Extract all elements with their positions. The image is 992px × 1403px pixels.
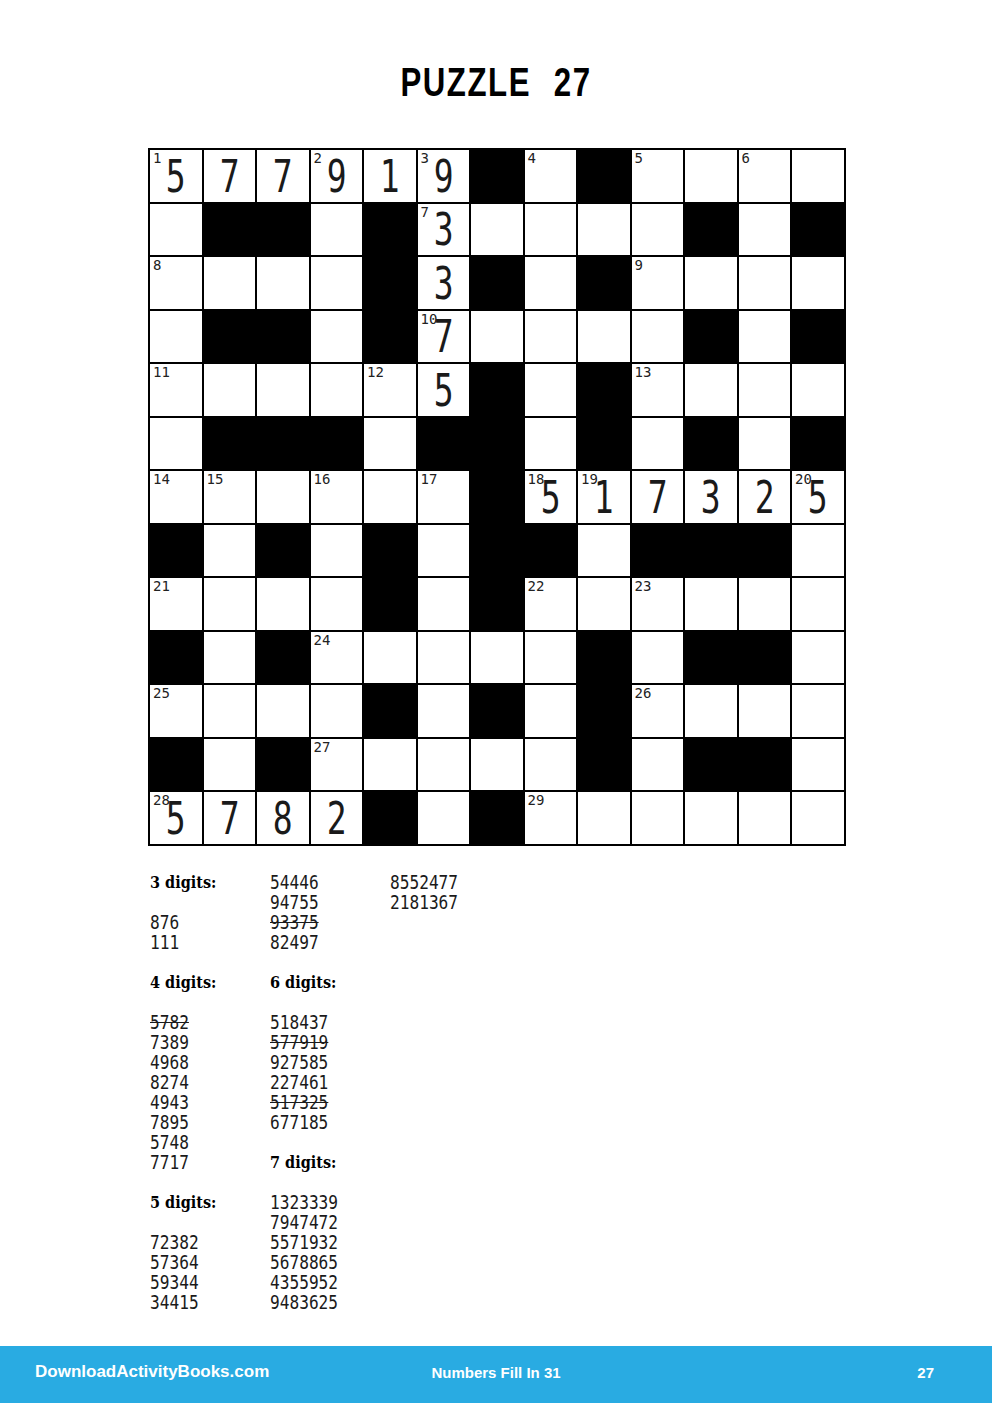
cell-r1c3[interactable]: 7: [257, 150, 309, 202]
clue-number: 15: [207, 471, 224, 487]
cell-r10c8[interactable]: [525, 632, 577, 684]
cell-r8c4[interactable]: [311, 525, 363, 577]
cell-r11c7-black: [471, 685, 523, 737]
cell-digit: 5: [798, 476, 837, 520]
clue-number: 22: [528, 578, 545, 594]
cell-r10c3-black: [257, 632, 309, 684]
word-item: 5782: [150, 1012, 278, 1032]
cell-r10c9-black: [578, 632, 630, 684]
cell-r12c2[interactable]: [204, 739, 256, 791]
cell-r8c6[interactable]: [418, 525, 470, 577]
word-item: 7389: [150, 1032, 278, 1052]
cell-r6c6-black: [418, 418, 470, 470]
cell-digit: 2: [317, 797, 356, 841]
page-title: PUZZLE 27: [109, 60, 883, 105]
word-item: 927585: [270, 1052, 398, 1072]
cell-r5c12[interactable]: [739, 364, 791, 416]
cell-r12c12-black: [739, 739, 791, 791]
clue-number: 29: [528, 792, 545, 808]
word-item: 72382: [150, 1232, 278, 1252]
cell-r2c3-black: [257, 204, 309, 256]
cell-r8c8-black: [525, 525, 577, 577]
cell-r6c1[interactable]: [150, 418, 202, 470]
cell-r5c11[interactable]: [685, 364, 737, 416]
cell-r2c8[interactable]: [525, 204, 577, 256]
cell-r6c4-black: [311, 418, 363, 470]
cell-digit: 7: [263, 155, 302, 199]
cell-r6c5[interactable]: [364, 418, 416, 470]
cell-r9c6[interactable]: [418, 578, 470, 630]
cell-r9c13[interactable]: [792, 578, 844, 630]
clue-number: 13: [635, 364, 652, 380]
cell-r13c7-black: [471, 792, 523, 844]
word-item: 577919: [270, 1032, 398, 1052]
footer-bar: DownloadActivityBooks.com Numbers Fill I…: [0, 1346, 992, 1403]
cell-r7c7-black: [471, 471, 523, 523]
clue-number: 27: [314, 739, 331, 755]
cell-r1c5[interactable]: 1: [364, 150, 416, 202]
cell-r9c3[interactable]: [257, 578, 309, 630]
cell-r9c1[interactable]: 21: [150, 578, 202, 630]
cell-digit: 2: [745, 476, 784, 520]
clue-number: 26: [635, 685, 652, 701]
cell-r3c3[interactable]: [257, 257, 309, 309]
cell-r10c6[interactable]: [418, 632, 470, 684]
cell-r11c5-black: [364, 685, 416, 737]
cell-r1c2[interactable]: 7: [204, 150, 256, 202]
list-spacer: [150, 952, 278, 972]
word-item: 111: [150, 932, 278, 952]
word-item: 677185: [270, 1112, 398, 1132]
cell-r6c10[interactable]: [632, 418, 684, 470]
word-item: 82497: [270, 932, 398, 952]
cell-digit: 1: [370, 155, 409, 199]
cell-r12c4[interactable]: 27: [311, 739, 363, 791]
word-item: 4968: [150, 1052, 278, 1072]
list-spacer: [270, 952, 398, 972]
word-item: 2181367: [390, 892, 518, 912]
list-header: 3 digits:: [150, 872, 278, 892]
word-list-column-1: 3 digits:8761114 digits:5782738949688274…: [150, 872, 278, 1312]
cell-r10c4[interactable]: 24: [311, 632, 363, 684]
list-header: 5 digits:: [150, 1192, 278, 1212]
cell-r12c1-black: [150, 739, 202, 791]
cell-r3c5-black: [364, 257, 416, 309]
cell-r3c12[interactable]: [739, 257, 791, 309]
clue-number: 24: [314, 632, 331, 648]
cell-r2c12[interactable]: [739, 204, 791, 256]
cell-digit: 5: [424, 369, 463, 413]
footer-page-number: 27: [917, 1363, 934, 1380]
cell-r7c11[interactable]: 3: [685, 471, 737, 523]
cell-r1c9-black: [578, 150, 630, 202]
cell-r10c13[interactable]: [792, 632, 844, 684]
cell-r9c12[interactable]: [739, 578, 791, 630]
cell-r13c13[interactable]: [792, 792, 844, 844]
cell-r8c5-black: [364, 525, 416, 577]
cell-r7c12[interactable]: 2: [739, 471, 791, 523]
cell-r11c4[interactable]: [311, 685, 363, 737]
word-item: 1323339: [270, 1192, 398, 1212]
clue-number: 6: [742, 150, 750, 166]
clue-number: 5: [635, 150, 643, 166]
cell-r4c1[interactable]: [150, 311, 202, 363]
cell-r10c1-black: [150, 632, 202, 684]
list-header: 7 digits:: [270, 1152, 398, 1172]
cell-r12c8[interactable]: [525, 739, 577, 791]
cell-r5c4[interactable]: [311, 364, 363, 416]
list-header: 6 digits:: [270, 972, 398, 992]
cell-r11c2[interactable]: [204, 685, 256, 737]
cell-r12c9-black: [578, 739, 630, 791]
list-header: 4 digits:: [150, 972, 278, 992]
cell-r8c11-black: [685, 525, 737, 577]
cell-digit: 5: [156, 797, 195, 841]
cell-r9c11[interactable]: [685, 578, 737, 630]
list-spacer: [270, 1172, 398, 1192]
cell-r13c3[interactable]: 8: [257, 792, 309, 844]
cell-r11c8[interactable]: [525, 685, 577, 737]
word-item: 54446: [270, 872, 398, 892]
cell-r1c4[interactable]: 29: [311, 150, 363, 202]
cell-r2c10[interactable]: [632, 204, 684, 256]
cell-digit: 3: [691, 476, 730, 520]
cell-r3c4[interactable]: [311, 257, 363, 309]
list-spacer: [270, 1132, 398, 1152]
cell-digit: 1: [584, 476, 623, 520]
cell-r7c5[interactable]: [364, 471, 416, 523]
cell-digit: 8: [263, 797, 302, 841]
word-item: 227461: [270, 1072, 398, 1092]
word-item: 8274: [150, 1072, 278, 1092]
word-item: 876: [150, 912, 278, 932]
cell-r3c2[interactable]: [204, 257, 256, 309]
cell-r4c10[interactable]: [632, 311, 684, 363]
cell-r4c8[interactable]: [525, 311, 577, 363]
word-item: 5748: [150, 1132, 278, 1152]
cell-r5c5[interactable]: 12: [364, 364, 416, 416]
cell-r3c9-black: [578, 257, 630, 309]
word-item: 517325: [270, 1092, 398, 1112]
cell-r5c1[interactable]: 11: [150, 364, 202, 416]
cell-r13c12[interactable]: [739, 792, 791, 844]
cell-digit: 3: [424, 208, 463, 252]
cell-r2c6[interactable]: 73: [418, 204, 470, 256]
clue-number: 25: [153, 685, 170, 701]
cell-r1c11[interactable]: [685, 150, 737, 202]
cell-r1c13[interactable]: [792, 150, 844, 202]
clue-number: 17: [421, 471, 438, 487]
cell-r2c11-black: [685, 204, 737, 256]
cell-r3c13[interactable]: [792, 257, 844, 309]
cell-r13c8[interactable]: 29: [525, 792, 577, 844]
cell-r9c2[interactable]: [204, 578, 256, 630]
cell-r4c4[interactable]: [311, 311, 363, 363]
word-item: 8552477: [390, 872, 518, 892]
cell-r7c9[interactable]: 191: [578, 471, 630, 523]
word-item: 94755: [270, 892, 398, 912]
cell-r4c3-black: [257, 311, 309, 363]
cell-r13c5-black: [364, 792, 416, 844]
clue-number: 16: [314, 471, 331, 487]
cell-r5c6[interactable]: 5: [418, 364, 470, 416]
cell-r5c8[interactable]: [525, 364, 577, 416]
list-spacer: [150, 892, 278, 912]
cell-r2c4[interactable]: [311, 204, 363, 256]
cell-r12c5[interactable]: [364, 739, 416, 791]
word-item: 59344: [150, 1272, 278, 1292]
cell-r8c1-black: [150, 525, 202, 577]
word-item: 7895: [150, 1112, 278, 1132]
clue-number: 9: [635, 257, 643, 273]
clue-number: 12: [367, 364, 384, 380]
cell-digit: 7: [638, 476, 677, 520]
cell-r6c12[interactable]: [739, 418, 791, 470]
cell-r10c11-black: [685, 632, 737, 684]
cell-r13c10[interactable]: [632, 792, 684, 844]
cell-r4c5-black: [364, 311, 416, 363]
cell-r11c10[interactable]: 26: [632, 685, 684, 737]
word-item: 5571932: [270, 1232, 398, 1252]
puzzle-grid: 1577291394567383910711125131415161718519…: [148, 148, 846, 846]
word-item: 34415: [150, 1292, 278, 1312]
cell-r7c3[interactable]: [257, 471, 309, 523]
cell-r4c7[interactable]: [471, 311, 523, 363]
cell-r7c8[interactable]: 185: [525, 471, 577, 523]
cell-r12c11-black: [685, 739, 737, 791]
cell-r13c11[interactable]: [685, 792, 737, 844]
cell-r8c7-black: [471, 525, 523, 577]
cell-r6c9-black: [578, 418, 630, 470]
cell-r11c9-black: [578, 685, 630, 737]
cell-r7c13[interactable]: 205: [792, 471, 844, 523]
cell-r7c6[interactable]: 17: [418, 471, 470, 523]
cell-r1c8[interactable]: 4: [525, 150, 577, 202]
cell-r9c9[interactable]: [578, 578, 630, 630]
cell-r4c11-black: [685, 311, 737, 363]
cell-r8c10-black: [632, 525, 684, 577]
word-item: 57364: [150, 1252, 278, 1272]
cell-r2c7[interactable]: [471, 204, 523, 256]
cell-r4c13-black: [792, 311, 844, 363]
cell-r3c10[interactable]: 9: [632, 257, 684, 309]
cell-r10c10[interactable]: [632, 632, 684, 684]
cell-r8c9[interactable]: [578, 525, 630, 577]
cell-r3c1[interactable]: 8: [150, 257, 202, 309]
cell-r6c8[interactable]: [525, 418, 577, 470]
cell-r12c7[interactable]: [471, 739, 523, 791]
cell-r2c2-black: [204, 204, 256, 256]
cell-r3c6[interactable]: 3: [418, 257, 470, 309]
cell-r13c6[interactable]: [418, 792, 470, 844]
word-item: 4355952: [270, 1272, 398, 1292]
clue-number: 14: [153, 471, 170, 487]
cell-r12c10[interactable]: [632, 739, 684, 791]
cell-r7c10[interactable]: 7: [632, 471, 684, 523]
cell-r9c7-black: [471, 578, 523, 630]
list-spacer: [270, 992, 398, 1012]
word-item: 7947472: [270, 1212, 398, 1232]
cell-r2c13-black: [792, 204, 844, 256]
cell-r8c12-black: [739, 525, 791, 577]
cell-digit: 5: [156, 155, 195, 199]
cell-r5c2[interactable]: [204, 364, 256, 416]
footer-series-label: Numbers Fill In 31: [0, 1363, 992, 1380]
cell-digit: 7: [424, 315, 463, 359]
cell-r4c6[interactable]: 107: [418, 311, 470, 363]
cell-r9c10[interactable]: 23: [632, 578, 684, 630]
list-spacer: [150, 1212, 278, 1232]
list-spacer: [150, 1172, 278, 1192]
word-list-column-2: 544469475593375824976 digits:51843757791…: [270, 872, 398, 1312]
cell-r5c10[interactable]: 13: [632, 364, 684, 416]
cell-r7c1[interactable]: 14: [150, 471, 202, 523]
word-item: 7717: [150, 1152, 278, 1172]
cell-r7c2[interactable]: 15: [204, 471, 256, 523]
cell-r9c8[interactable]: 22: [525, 578, 577, 630]
cell-r12c6[interactable]: [418, 739, 470, 791]
cell-r6c11-black: [685, 418, 737, 470]
cell-r11c1[interactable]: 25: [150, 685, 202, 737]
word-item: 9483625: [270, 1292, 398, 1312]
cell-r11c6[interactable]: [418, 685, 470, 737]
cell-r12c13[interactable]: [792, 739, 844, 791]
cell-digit: 9: [424, 155, 463, 199]
cell-r11c3[interactable]: [257, 685, 309, 737]
cell-r8c13[interactable]: [792, 525, 844, 577]
clue-number: 4: [528, 150, 536, 166]
word-item: 4943: [150, 1092, 278, 1112]
cell-r10c12-black: [739, 632, 791, 684]
word-item: 518437: [270, 1012, 398, 1032]
cell-r5c13[interactable]: [792, 364, 844, 416]
cell-r2c9[interactable]: [578, 204, 630, 256]
word-item: 5678865: [270, 1252, 398, 1272]
cell-r11c11[interactable]: [685, 685, 737, 737]
word-item: 93375: [270, 912, 398, 932]
cell-r10c2[interactable]: [204, 632, 256, 684]
cell-r13c1[interactable]: 285: [150, 792, 202, 844]
cell-r8c3-black: [257, 525, 309, 577]
cell-r11c12[interactable]: [739, 685, 791, 737]
cell-r5c3[interactable]: [257, 364, 309, 416]
clue-number: 23: [635, 578, 652, 594]
cell-r4c12[interactable]: [739, 311, 791, 363]
cell-r5c9-black: [578, 364, 630, 416]
cell-r11c13[interactable]: [792, 685, 844, 737]
cell-digit: 9: [317, 155, 356, 199]
cell-r6c2-black: [204, 418, 256, 470]
cell-r12c3-black: [257, 739, 309, 791]
cell-digit: 3: [424, 262, 463, 306]
cell-r3c8[interactable]: [525, 257, 577, 309]
cell-r13c9[interactable]: [578, 792, 630, 844]
cell-r7c4[interactable]: 16: [311, 471, 363, 523]
clue-number: 21: [153, 578, 170, 594]
cell-r10c5[interactable]: [364, 632, 416, 684]
cell-r1c7-black: [471, 150, 523, 202]
cell-r4c2-black: [204, 311, 256, 363]
cell-digit: 7: [210, 155, 249, 199]
cell-r10c7[interactable]: [471, 632, 523, 684]
cell-r9c5-black: [364, 578, 416, 630]
cell-r6c3-black: [257, 418, 309, 470]
cell-r13c2[interactable]: 7: [204, 792, 256, 844]
cell-r6c13-black: [792, 418, 844, 470]
cell-r1c12[interactable]: 6: [739, 150, 791, 202]
cell-r1c6[interactable]: 39: [418, 150, 470, 202]
cell-r9c4[interactable]: [311, 578, 363, 630]
cell-r2c5-black: [364, 204, 416, 256]
cell-r1c1[interactable]: 15: [150, 150, 202, 202]
cell-r1c10[interactable]: 5: [632, 150, 684, 202]
cell-r5c7-black: [471, 364, 523, 416]
cell-r8c2[interactable]: [204, 525, 256, 577]
cell-digit: 5: [531, 476, 570, 520]
cell-r4c9[interactable]: [578, 311, 630, 363]
clue-number: 8: [153, 257, 161, 273]
cell-digit: 7: [210, 797, 249, 841]
cell-r13c4[interactable]: 2: [311, 792, 363, 844]
list-spacer: [150, 992, 278, 1012]
cell-r3c11[interactable]: [685, 257, 737, 309]
clue-number: 11: [153, 364, 170, 380]
cell-r3c7-black: [471, 257, 523, 309]
word-list-column-3: 85524772181367: [390, 872, 518, 912]
cell-r2c1[interactable]: [150, 204, 202, 256]
cell-r6c7-black: [471, 418, 523, 470]
